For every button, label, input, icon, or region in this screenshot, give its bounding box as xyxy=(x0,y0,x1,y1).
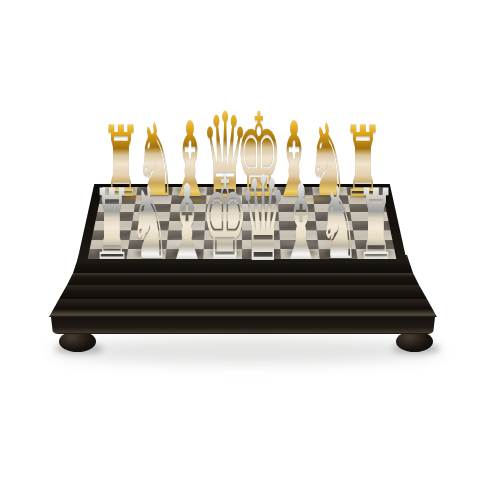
square-e7 xyxy=(242,195,278,203)
square-h3 xyxy=(353,230,392,239)
square-h6 xyxy=(349,204,387,213)
square-h7 xyxy=(348,195,385,203)
square-g4 xyxy=(315,221,353,230)
square-c6 xyxy=(170,204,207,213)
chess-board xyxy=(77,184,407,262)
square-d4 xyxy=(205,221,242,230)
square-g1 xyxy=(318,249,358,259)
square-b1 xyxy=(126,249,166,259)
square-c4 xyxy=(168,221,206,230)
square-d6 xyxy=(206,204,242,213)
square-b5 xyxy=(132,212,170,221)
square-f1 xyxy=(280,249,319,259)
square-a2 xyxy=(90,240,130,250)
square-e8 xyxy=(242,187,277,195)
square-g6 xyxy=(313,204,350,213)
square-f5 xyxy=(278,212,315,221)
square-h5 xyxy=(351,212,389,221)
square-b6 xyxy=(133,204,170,213)
square-h4 xyxy=(352,221,391,230)
square-b8 xyxy=(136,187,172,195)
square-c8 xyxy=(171,187,207,195)
box-molding-step1 xyxy=(67,273,419,285)
square-c1 xyxy=(165,249,204,259)
square-f2 xyxy=(280,240,319,250)
ground-shadow xyxy=(50,338,442,364)
square-e4 xyxy=(242,221,279,230)
square-f8 xyxy=(277,187,313,195)
square-b2 xyxy=(128,240,167,250)
square-e1 xyxy=(242,249,281,259)
square-a8 xyxy=(101,187,138,195)
square-h1 xyxy=(356,249,396,259)
square-g5 xyxy=(314,212,352,221)
square-g2 xyxy=(317,240,356,250)
square-e3 xyxy=(242,230,280,239)
square-a6 xyxy=(97,204,135,213)
square-d1 xyxy=(203,249,242,259)
square-a4 xyxy=(94,221,133,230)
box-cornice-molding xyxy=(49,299,437,317)
square-b3 xyxy=(129,230,168,239)
box-plinth xyxy=(51,317,435,334)
square-g3 xyxy=(316,230,355,239)
bun-foot-right xyxy=(396,331,433,352)
square-a3 xyxy=(92,230,131,239)
square-d3 xyxy=(204,230,242,239)
square-h8 xyxy=(347,187,384,195)
square-e6 xyxy=(242,204,278,213)
square-d5 xyxy=(205,212,242,221)
box-molding-step2 xyxy=(59,285,427,299)
square-e5 xyxy=(242,212,279,221)
square-c5 xyxy=(169,212,206,221)
square-c2 xyxy=(166,240,205,250)
square-f6 xyxy=(278,204,315,213)
board-grid xyxy=(88,187,397,259)
square-a1 xyxy=(88,249,128,259)
square-f4 xyxy=(279,221,317,230)
square-a5 xyxy=(95,212,133,221)
square-b7 xyxy=(135,195,172,203)
square-c3 xyxy=(167,230,205,239)
square-f7 xyxy=(277,195,313,203)
bun-foot-left xyxy=(59,331,96,352)
square-c7 xyxy=(171,195,207,203)
square-d2 xyxy=(204,240,242,250)
square-h2 xyxy=(355,240,395,250)
square-g7 xyxy=(313,195,350,203)
square-g8 xyxy=(312,187,348,195)
square-a7 xyxy=(99,195,136,203)
chess-set-photo: ♜♞♝♛♚♝♞♜♜♞♝♚♛♝♞♜ xyxy=(0,0,480,480)
square-d7 xyxy=(206,195,242,203)
square-b4 xyxy=(131,221,169,230)
square-d8 xyxy=(207,187,242,195)
square-e2 xyxy=(242,240,280,250)
square-f3 xyxy=(279,230,317,239)
